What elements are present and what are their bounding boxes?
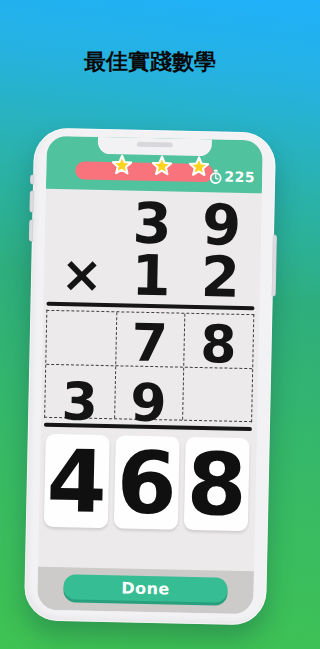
app-screen: 225 3 9 × 1 2 7 8 3 9 4	[37, 136, 263, 614]
answer-tile[interactable]: 6	[114, 435, 180, 529]
multiply-sign: ×	[47, 248, 117, 301]
timer: 225	[209, 168, 255, 185]
answer-tile[interactable]: 4	[44, 434, 110, 528]
volume-down-button	[29, 219, 33, 241]
star-icon	[151, 155, 172, 176]
star-icon	[188, 156, 209, 177]
digit-cell: 2	[185, 251, 255, 304]
done-button[interactable]: Done	[63, 574, 227, 602]
multiplier-row: × 1 2	[47, 248, 256, 304]
stopwatch-icon	[209, 169, 222, 184]
power-button	[272, 235, 277, 297]
page-title: 最佳實踐數學	[0, 50, 300, 74]
partial-products-grid: 7 8 3 9	[44, 310, 254, 422]
phone-notch	[98, 137, 212, 156]
speaker-slot	[137, 142, 173, 148]
footer-bar: Done	[37, 567, 254, 615]
timer-value: 225	[224, 169, 255, 186]
star-icon	[111, 154, 132, 175]
mute-switch	[30, 174, 34, 184]
volume-up-button	[29, 190, 33, 212]
digit-cell: 1	[116, 249, 186, 302]
digit-cell	[48, 196, 118, 249]
answer-tile[interactable]: 8	[184, 437, 250, 531]
phone-mockup: 225 3 9 × 1 2 7 8 3 9 4	[24, 128, 276, 626]
